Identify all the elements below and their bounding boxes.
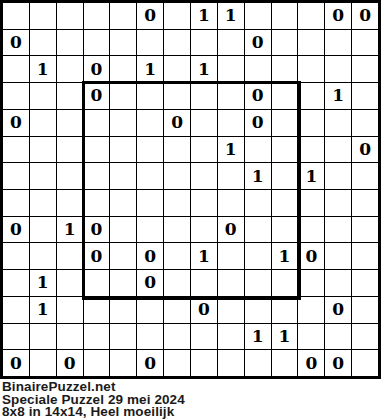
cell-r3c9: 0 <box>245 83 271 109</box>
cell-r6c5[interactable] <box>137 163 163 189</box>
cell-r5c8: 1 <box>218 137 244 163</box>
cell-r6c11: 1 <box>298 163 324 189</box>
cell-r1c3[interactable] <box>84 30 110 56</box>
cell-r7c7[interactable] <box>191 190 217 216</box>
cell-r5c1[interactable] <box>30 137 56 163</box>
cell-r0c13: 0 <box>352 3 378 29</box>
cell-r6c1[interactable] <box>30 163 56 189</box>
binary-puzzle-page: 0110000101100100010110100001101010011000… <box>0 0 381 419</box>
cell-r12c7[interactable] <box>191 324 217 350</box>
cell-r13c4[interactable] <box>110 350 136 376</box>
cell-r8c11[interactable] <box>298 217 324 243</box>
cell-r3c2[interactable] <box>57 83 83 109</box>
cell-r11c8[interactable] <box>218 297 244 323</box>
cell-r3c11[interactable] <box>298 83 324 109</box>
binary-puzzle-board: 0110000101100100010110100001101010011000… <box>0 0 381 379</box>
cell-r11c10[interactable] <box>272 297 298 323</box>
cell-r5c7[interactable] <box>191 137 217 163</box>
cell-r8c13[interactable] <box>352 217 378 243</box>
cell-r2c3: 0 <box>84 56 110 82</box>
cell-r3c5[interactable] <box>137 83 163 109</box>
cell-r12c12[interactable] <box>325 324 351 350</box>
cell-r12c13[interactable] <box>352 324 378 350</box>
cell-r7c9[interactable] <box>245 190 271 216</box>
cell-r5c11[interactable] <box>298 137 324 163</box>
cell-r6c12[interactable] <box>325 163 351 189</box>
cell-r7c8[interactable] <box>218 190 244 216</box>
cell-r10c3[interactable] <box>84 270 110 296</box>
cell-r6c6[interactable] <box>164 163 190 189</box>
cell-r0c8: 1 <box>218 3 244 29</box>
cell-r7c4[interactable] <box>110 190 136 216</box>
cell-r13c11: 0 <box>298 350 324 376</box>
cell-r6c2[interactable] <box>57 163 83 189</box>
cell-r11c13[interactable] <box>352 297 378 323</box>
cell-r10c9[interactable] <box>245 270 271 296</box>
cell-r3c12: 1 <box>325 83 351 109</box>
cell-r9c8[interactable] <box>218 243 244 269</box>
cell-r3c6[interactable] <box>164 83 190 109</box>
cell-r3c10[interactable] <box>272 83 298 109</box>
cell-r9c11: 0 <box>298 243 324 269</box>
cell-r6c8[interactable] <box>218 163 244 189</box>
cell-r12c0[interactable] <box>3 324 29 350</box>
cell-r2c2[interactable] <box>57 56 83 82</box>
cell-r9c0[interactable] <box>3 243 29 269</box>
cell-r7c11[interactable] <box>298 190 324 216</box>
cell-r3c4[interactable] <box>110 83 136 109</box>
cell-r1c0: 0 <box>3 30 29 56</box>
cell-r11c4[interactable] <box>110 297 136 323</box>
cell-r5c5[interactable] <box>137 137 163 163</box>
cell-r2c5: 1 <box>137 56 163 82</box>
cell-r10c6[interactable] <box>164 270 190 296</box>
cell-r1c11[interactable] <box>298 30 324 56</box>
cell-r0c6[interactable] <box>164 3 190 29</box>
cell-r5c10[interactable] <box>272 137 298 163</box>
cell-r2c11[interactable] <box>298 56 324 82</box>
cell-r5c2[interactable] <box>57 137 83 163</box>
cell-r3c1[interactable] <box>30 83 56 109</box>
cell-r4c5[interactable] <box>137 110 163 136</box>
cell-r2c7: 1 <box>191 56 217 82</box>
cell-r11c5[interactable] <box>137 297 163 323</box>
cell-r8c3: 0 <box>84 217 110 243</box>
cell-r4c13[interactable] <box>352 110 378 136</box>
cell-r3c7[interactable] <box>191 83 217 109</box>
cell-r3c13[interactable] <box>352 83 378 109</box>
cell-r10c11[interactable] <box>298 270 324 296</box>
cell-r7c2[interactable] <box>57 190 83 216</box>
cell-r13c13[interactable] <box>352 350 378 376</box>
cell-r5c0[interactable] <box>3 137 29 163</box>
cell-r4c9: 0 <box>245 110 271 136</box>
cell-r4c2[interactable] <box>57 110 83 136</box>
cell-r10c13[interactable] <box>352 270 378 296</box>
cell-r5c13: 0 <box>352 137 378 163</box>
cell-r1c5[interactable] <box>137 30 163 56</box>
cell-r9c2[interactable] <box>57 243 83 269</box>
cell-r2c6[interactable] <box>164 56 190 82</box>
cell-r2c8[interactable] <box>218 56 244 82</box>
cell-r4c12[interactable] <box>325 110 351 136</box>
cell-r0c4[interactable] <box>110 3 136 29</box>
cell-r1c8[interactable] <box>218 30 244 56</box>
cell-r5c9[interactable] <box>245 137 271 163</box>
cell-r8c2: 1 <box>57 217 83 243</box>
cell-r10c1: 1 <box>30 270 56 296</box>
cell-r0c0[interactable] <box>3 3 29 29</box>
cell-r0c12: 0 <box>325 3 351 29</box>
cell-r8c8: 0 <box>218 217 244 243</box>
cell-r8c0: 0 <box>3 217 29 243</box>
cell-r6c10[interactable] <box>272 163 298 189</box>
cell-r10c12[interactable] <box>325 270 351 296</box>
cell-r10c0[interactable] <box>3 270 29 296</box>
cell-r3c0[interactable] <box>3 83 29 109</box>
cell-r4c8[interactable] <box>218 110 244 136</box>
cell-r2c10[interactable] <box>272 56 298 82</box>
cell-r4c6: 0 <box>164 110 190 136</box>
cell-r8c1[interactable] <box>30 217 56 243</box>
cell-r5c6[interactable] <box>164 137 190 163</box>
puzzle-difficulty: 8x8 in 14x14, Heel moeilijk <box>2 406 381 419</box>
cell-r7c3[interactable] <box>84 190 110 216</box>
cell-r0c2[interactable] <box>57 3 83 29</box>
cell-r13c0: 0 <box>3 350 29 376</box>
cell-r6c4[interactable] <box>110 163 136 189</box>
cell-r0c10[interactable] <box>272 3 298 29</box>
cell-r11c6[interactable] <box>164 297 190 323</box>
cell-r9c3: 0 <box>84 243 110 269</box>
cell-r1c4[interactable] <box>110 30 136 56</box>
cell-r11c0[interactable] <box>3 297 29 323</box>
cell-r0c11[interactable] <box>298 3 324 29</box>
cell-r4c1[interactable] <box>30 110 56 136</box>
cell-r1c9: 0 <box>245 30 271 56</box>
cell-r7c10[interactable] <box>272 190 298 216</box>
cell-r2c9[interactable] <box>245 56 271 82</box>
cell-r13c12: 0 <box>325 350 351 376</box>
cell-r8c5[interactable] <box>137 217 163 243</box>
cell-r10c2[interactable] <box>57 270 83 296</box>
cell-r10c10[interactable] <box>272 270 298 296</box>
cell-r8c4[interactable] <box>110 217 136 243</box>
cell-r1c2[interactable] <box>57 30 83 56</box>
cell-r7c13[interactable] <box>352 190 378 216</box>
cell-r6c3[interactable] <box>84 163 110 189</box>
cell-r2c1: 1 <box>30 56 56 82</box>
cell-r1c7[interactable] <box>191 30 217 56</box>
cell-r12c8[interactable] <box>218 324 244 350</box>
cell-r3c3: 0 <box>84 83 110 109</box>
cell-r10c5: 0 <box>137 270 163 296</box>
cell-r9c4[interactable] <box>110 243 136 269</box>
cell-r11c2[interactable] <box>57 297 83 323</box>
cell-r1c13[interactable] <box>352 30 378 56</box>
cell-r6c7[interactable] <box>191 163 217 189</box>
cell-r10c4[interactable] <box>110 270 136 296</box>
cell-r9c1[interactable] <box>30 243 56 269</box>
cell-r8c12[interactable] <box>325 217 351 243</box>
cell-r12c4[interactable] <box>110 324 136 350</box>
cell-r6c9: 1 <box>245 163 271 189</box>
cell-r1c10[interactable] <box>272 30 298 56</box>
cell-r2c0[interactable] <box>3 56 29 82</box>
cell-r5c4[interactable] <box>110 137 136 163</box>
cell-r12c1[interactable] <box>30 324 56 350</box>
cell-r2c13[interactable] <box>352 56 378 82</box>
cell-r13c8[interactable] <box>218 350 244 376</box>
cell-r12c6[interactable] <box>164 324 190 350</box>
cell-r7c12[interactable] <box>325 190 351 216</box>
cell-r11c3[interactable] <box>84 297 110 323</box>
cell-r1c12[interactable] <box>325 30 351 56</box>
cell-r8c9[interactable] <box>245 217 271 243</box>
cell-r13c5: 0 <box>137 350 163 376</box>
cell-r11c11[interactable] <box>298 297 324 323</box>
cell-r1c1[interactable] <box>30 30 56 56</box>
cell-r8c7[interactable] <box>191 217 217 243</box>
cell-r9c7: 1 <box>191 243 217 269</box>
cell-r4c7[interactable] <box>191 110 217 136</box>
cell-r4c4[interactable] <box>110 110 136 136</box>
cell-r9c10: 1 <box>272 243 298 269</box>
cell-r13c7[interactable] <box>191 350 217 376</box>
cell-r2c12[interactable] <box>325 56 351 82</box>
cell-r11c7: 0 <box>191 297 217 323</box>
cell-r9c9[interactable] <box>245 243 271 269</box>
cell-r13c6[interactable] <box>164 350 190 376</box>
cell-r13c9[interactable] <box>245 350 271 376</box>
cell-r10c8[interactable] <box>218 270 244 296</box>
cell-r9c13[interactable] <box>352 243 378 269</box>
cell-r3c8[interactable] <box>218 83 244 109</box>
cell-r13c10[interactable] <box>272 350 298 376</box>
cell-r12c5[interactable] <box>137 324 163 350</box>
cell-r9c12[interactable] <box>325 243 351 269</box>
cell-r0c5: 0 <box>137 3 163 29</box>
cell-r12c3[interactable] <box>84 324 110 350</box>
cell-r7c0[interactable] <box>3 190 29 216</box>
cell-r0c7: 1 <box>191 3 217 29</box>
puzzle-grid: 0110000101100100010110100001101010011000… <box>0 0 381 379</box>
cell-r9c6[interactable] <box>164 243 190 269</box>
cell-r4c11[interactable] <box>298 110 324 136</box>
cell-r11c1: 1 <box>30 297 56 323</box>
cell-r4c0: 0 <box>3 110 29 136</box>
cell-r8c6[interactable] <box>164 217 190 243</box>
cell-r7c6[interactable] <box>164 190 190 216</box>
cell-r11c12: 0 <box>325 297 351 323</box>
cell-r4c3[interactable] <box>84 110 110 136</box>
cell-r13c1[interactable] <box>30 350 56 376</box>
cell-r0c3[interactable] <box>84 3 110 29</box>
cell-r7c5[interactable] <box>137 190 163 216</box>
cell-r9c5: 0 <box>137 243 163 269</box>
cell-r2c4[interactable] <box>110 56 136 82</box>
cell-r6c13[interactable] <box>352 163 378 189</box>
cell-r1c6[interactable] <box>164 30 190 56</box>
footer: BinairePuzzel.net Speciale Puzzel 29 mei… <box>0 379 381 419</box>
cell-r8c10[interactable] <box>272 217 298 243</box>
cell-r6c0[interactable] <box>3 163 29 189</box>
cell-r0c9[interactable] <box>245 3 271 29</box>
cell-r4c10[interactable] <box>272 110 298 136</box>
cell-r12c2[interactable] <box>57 324 83 350</box>
cell-r5c12[interactable] <box>325 137 351 163</box>
cell-r5c3[interactable] <box>84 137 110 163</box>
cell-r12c9: 1 <box>245 324 271 350</box>
cell-r12c11[interactable] <box>298 324 324 350</box>
cell-r13c2: 0 <box>57 350 83 376</box>
cell-r11c9[interactable] <box>245 297 271 323</box>
cell-r7c1[interactable] <box>30 190 56 216</box>
cell-r0c1[interactable] <box>30 3 56 29</box>
cell-r10c7[interactable] <box>191 270 217 296</box>
cell-r13c3[interactable] <box>84 350 110 376</box>
cell-r12c10: 1 <box>272 324 298 350</box>
